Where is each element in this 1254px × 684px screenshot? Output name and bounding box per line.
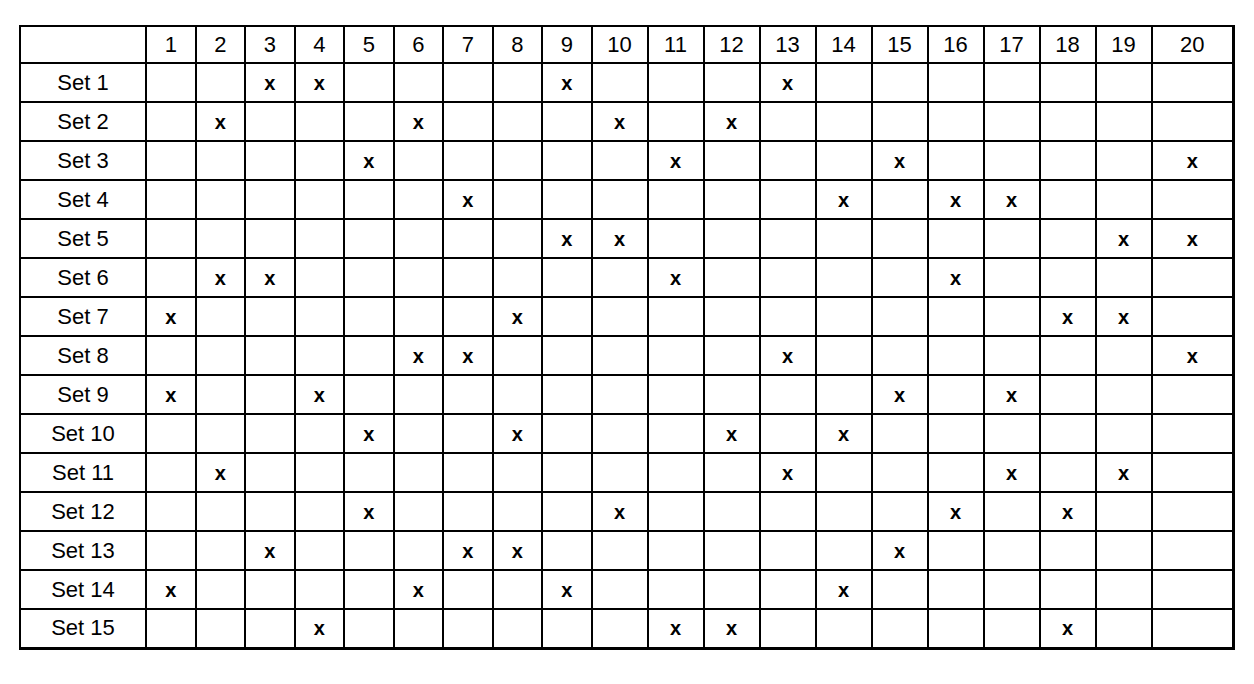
column-header-17: 17 bbox=[984, 26, 1040, 63]
grid-cell-empty bbox=[928, 453, 984, 492]
column-header-14: 14 bbox=[816, 26, 872, 63]
grid-cell-marked: x bbox=[816, 180, 872, 219]
table-row: Set 4xxxx bbox=[20, 180, 1234, 219]
grid-cell-marked: x bbox=[493, 531, 543, 570]
grid-cell-empty bbox=[146, 141, 196, 180]
table-row: Set 1xxxx bbox=[20, 63, 1234, 102]
grid-cell-empty bbox=[1096, 102, 1152, 141]
grid-cell-empty bbox=[928, 609, 984, 648]
grid-cell-empty bbox=[196, 297, 246, 336]
grid-cell-marked: x bbox=[928, 180, 984, 219]
table-row: Set 7xxxx bbox=[20, 297, 1234, 336]
grid-cell-empty bbox=[816, 336, 872, 375]
grid-cell-marked: x bbox=[146, 375, 196, 414]
grid-cell-empty bbox=[245, 180, 295, 219]
grid-cell-marked: x bbox=[394, 336, 444, 375]
column-header-3: 3 bbox=[245, 26, 295, 63]
grid-cell-empty bbox=[704, 258, 760, 297]
grid-cell-marked: x bbox=[245, 258, 295, 297]
set-membership-table: 1234567891011121314151617181920Set 1xxxx… bbox=[19, 25, 1235, 650]
column-header-13: 13 bbox=[760, 26, 816, 63]
grid-cell-empty bbox=[816, 297, 872, 336]
column-header-5: 5 bbox=[344, 26, 394, 63]
row-label: Set 9 bbox=[20, 375, 146, 414]
grid-cell-empty bbox=[816, 453, 872, 492]
grid-cell-empty bbox=[984, 570, 1040, 609]
grid-cell-empty bbox=[928, 297, 984, 336]
grid-cell-marked: x bbox=[984, 180, 1040, 219]
grid-cell-empty bbox=[542, 375, 592, 414]
grid-cell-empty bbox=[1040, 141, 1096, 180]
grid-cell-empty bbox=[760, 609, 816, 648]
grid-cell-empty bbox=[1152, 492, 1234, 531]
grid-cell-empty bbox=[443, 141, 493, 180]
grid-cell-marked: x bbox=[344, 492, 394, 531]
grid-cell-marked: x bbox=[872, 375, 928, 414]
grid-cell-empty bbox=[984, 297, 1040, 336]
grid-cell-empty bbox=[648, 102, 704, 141]
column-header-19: 19 bbox=[1096, 26, 1152, 63]
grid-cell-empty bbox=[704, 297, 760, 336]
grid-cell-empty bbox=[295, 453, 345, 492]
grid-cell-empty bbox=[816, 531, 872, 570]
grid-cell-empty bbox=[146, 102, 196, 141]
grid-cell-empty bbox=[394, 141, 444, 180]
grid-cell-empty bbox=[1152, 453, 1234, 492]
grid-cell-empty bbox=[146, 453, 196, 492]
grid-cell-marked: x bbox=[592, 492, 648, 531]
grid-cell-empty bbox=[443, 258, 493, 297]
table-row: Set 10xxxx bbox=[20, 414, 1234, 453]
grid-cell-empty bbox=[196, 180, 246, 219]
grid-cell-empty bbox=[872, 63, 928, 102]
grid-cell-empty bbox=[648, 375, 704, 414]
grid-cell-empty bbox=[146, 414, 196, 453]
grid-cell-marked: x bbox=[443, 336, 493, 375]
grid-cell-marked: x bbox=[872, 141, 928, 180]
grid-cell-empty bbox=[1096, 375, 1152, 414]
grid-cell-empty bbox=[984, 492, 1040, 531]
grid-cell-marked: x bbox=[984, 453, 1040, 492]
grid-cell-empty bbox=[1152, 531, 1234, 570]
grid-cell-empty bbox=[394, 609, 444, 648]
grid-cell-marked: x bbox=[1040, 297, 1096, 336]
grid-cell-empty bbox=[1040, 570, 1096, 609]
grid-cell-empty bbox=[196, 375, 246, 414]
grid-cell-empty bbox=[928, 219, 984, 258]
grid-cell-empty bbox=[542, 336, 592, 375]
grid-cell-empty bbox=[196, 531, 246, 570]
grid-cell-empty bbox=[760, 570, 816, 609]
grid-cell-empty bbox=[1096, 531, 1152, 570]
grid-cell-marked: x bbox=[760, 336, 816, 375]
table-row: Set 3xxxx bbox=[20, 141, 1234, 180]
grid-cell-empty bbox=[872, 570, 928, 609]
grid-cell-empty bbox=[394, 531, 444, 570]
grid-cell-empty bbox=[928, 570, 984, 609]
grid-cell-empty bbox=[704, 63, 760, 102]
grid-cell-empty bbox=[872, 414, 928, 453]
column-header-6: 6 bbox=[394, 26, 444, 63]
grid-cell-empty bbox=[984, 141, 1040, 180]
grid-cell-empty bbox=[344, 63, 394, 102]
grid-cell-empty bbox=[1040, 414, 1096, 453]
grid-cell-marked: x bbox=[1096, 219, 1152, 258]
grid-cell-empty bbox=[592, 336, 648, 375]
grid-cell-empty bbox=[344, 609, 394, 648]
grid-cell-marked: x bbox=[1096, 453, 1152, 492]
grid-cell-empty bbox=[984, 102, 1040, 141]
grid-cell-empty bbox=[648, 453, 704, 492]
grid-cell-empty bbox=[1096, 141, 1152, 180]
grid-cell-marked: x bbox=[443, 180, 493, 219]
grid-cell-marked: x bbox=[196, 102, 246, 141]
column-header-15: 15 bbox=[872, 26, 928, 63]
grid-cell-marked: x bbox=[1152, 141, 1234, 180]
grid-cell-empty bbox=[146, 336, 196, 375]
grid-cell-empty bbox=[816, 63, 872, 102]
grid-cell-empty bbox=[493, 336, 543, 375]
grid-cell-empty bbox=[443, 414, 493, 453]
grid-cell-empty bbox=[542, 258, 592, 297]
grid-cell-empty bbox=[146, 531, 196, 570]
column-header-row: 1234567891011121314151617181920 bbox=[20, 26, 1234, 63]
grid-cell-empty bbox=[1040, 63, 1096, 102]
grid-cell-empty bbox=[760, 102, 816, 141]
grid-cell-empty bbox=[394, 492, 444, 531]
table-row: Set 2xxxx bbox=[20, 102, 1234, 141]
grid-cell-empty bbox=[704, 141, 760, 180]
row-label: Set 2 bbox=[20, 102, 146, 141]
grid-cell-empty bbox=[295, 102, 345, 141]
row-label: Set 10 bbox=[20, 414, 146, 453]
row-label: Set 13 bbox=[20, 531, 146, 570]
grid-cell-empty bbox=[1040, 453, 1096, 492]
grid-cell-empty bbox=[928, 63, 984, 102]
grid-cell-empty bbox=[245, 336, 295, 375]
grid-cell-marked: x bbox=[196, 258, 246, 297]
grid-cell-empty bbox=[146, 63, 196, 102]
grid-cell-empty bbox=[245, 414, 295, 453]
grid-cell-empty bbox=[146, 180, 196, 219]
grid-cell-empty bbox=[816, 609, 872, 648]
column-header-2: 2 bbox=[196, 26, 246, 63]
table-row: Set 9xxxx bbox=[20, 375, 1234, 414]
grid-cell-empty bbox=[295, 531, 345, 570]
grid-cell-empty bbox=[394, 453, 444, 492]
grid-cell-empty bbox=[146, 258, 196, 297]
column-header-11: 11 bbox=[648, 26, 704, 63]
grid-cell-marked: x bbox=[443, 531, 493, 570]
row-label: Set 7 bbox=[20, 297, 146, 336]
grid-cell-empty bbox=[295, 492, 345, 531]
row-label: Set 8 bbox=[20, 336, 146, 375]
grid-cell-marked: x bbox=[146, 570, 196, 609]
grid-cell-empty bbox=[196, 336, 246, 375]
grid-cell-empty bbox=[295, 570, 345, 609]
grid-cell-empty bbox=[760, 219, 816, 258]
grid-cell-empty bbox=[928, 141, 984, 180]
grid-cell-marked: x bbox=[704, 414, 760, 453]
grid-cell-empty bbox=[245, 297, 295, 336]
column-header-10: 10 bbox=[592, 26, 648, 63]
grid-cell-empty bbox=[493, 141, 543, 180]
grid-cell-empty bbox=[872, 219, 928, 258]
grid-cell-empty bbox=[542, 102, 592, 141]
table-row: Set 8xxxx bbox=[20, 336, 1234, 375]
grid-cell-empty bbox=[704, 531, 760, 570]
grid-cell-marked: x bbox=[295, 609, 345, 648]
grid-cell-empty bbox=[344, 336, 394, 375]
grid-cell-empty bbox=[295, 258, 345, 297]
grid-cell-empty bbox=[1040, 375, 1096, 414]
grid-cell-marked: x bbox=[1040, 492, 1096, 531]
row-label: Set 3 bbox=[20, 141, 146, 180]
grid-cell-empty bbox=[816, 258, 872, 297]
corner-blank bbox=[20, 26, 146, 63]
grid-cell-empty bbox=[443, 375, 493, 414]
grid-cell-empty bbox=[928, 531, 984, 570]
grid-cell-empty bbox=[872, 336, 928, 375]
grid-cell-empty bbox=[1096, 63, 1152, 102]
grid-cell-empty bbox=[1040, 102, 1096, 141]
grid-cell-empty bbox=[245, 453, 295, 492]
grid-cell-empty bbox=[1096, 180, 1152, 219]
grid-cell-empty bbox=[928, 336, 984, 375]
grid-cell-empty bbox=[245, 492, 295, 531]
table-row: Set 6xxxx bbox=[20, 258, 1234, 297]
grid-cell-empty bbox=[984, 414, 1040, 453]
row-label: Set 11 bbox=[20, 453, 146, 492]
grid-cell-empty bbox=[394, 63, 444, 102]
grid-cell-marked: x bbox=[542, 570, 592, 609]
grid-cell-empty bbox=[542, 492, 592, 531]
row-label: Set 1 bbox=[20, 63, 146, 102]
grid-cell-marked: x bbox=[816, 570, 872, 609]
grid-cell-marked: x bbox=[245, 63, 295, 102]
grid-cell-empty bbox=[1152, 297, 1234, 336]
grid-cell-marked: x bbox=[1040, 609, 1096, 648]
grid-cell-empty bbox=[295, 336, 345, 375]
grid-cell-marked: x bbox=[760, 453, 816, 492]
grid-cell-marked: x bbox=[1096, 297, 1152, 336]
grid-cell-empty bbox=[984, 336, 1040, 375]
grid-cell-empty bbox=[592, 453, 648, 492]
grid-cell-empty bbox=[816, 492, 872, 531]
grid-cell-marked: x bbox=[648, 609, 704, 648]
grid-cell-empty bbox=[1096, 492, 1152, 531]
grid-cell-empty bbox=[592, 414, 648, 453]
grid-cell-empty bbox=[196, 570, 246, 609]
row-label: Set 15 bbox=[20, 609, 146, 648]
grid-cell-marked: x bbox=[984, 375, 1040, 414]
grid-cell-empty bbox=[648, 492, 704, 531]
grid-cell-empty bbox=[984, 531, 1040, 570]
grid-cell-empty bbox=[816, 141, 872, 180]
grid-cell-empty bbox=[1152, 375, 1234, 414]
grid-cell-empty bbox=[1040, 531, 1096, 570]
grid-cell-empty bbox=[443, 219, 493, 258]
grid-cell-empty bbox=[542, 180, 592, 219]
table-row: Set 14xxxx bbox=[20, 570, 1234, 609]
grid-cell-empty bbox=[872, 492, 928, 531]
grid-cell-empty bbox=[493, 258, 543, 297]
grid-cell-marked: x bbox=[394, 570, 444, 609]
grid-cell-marked: x bbox=[872, 531, 928, 570]
grid-cell-empty bbox=[344, 297, 394, 336]
grid-cell-empty bbox=[648, 180, 704, 219]
grid-cell-empty bbox=[592, 180, 648, 219]
grid-cell-empty bbox=[1152, 570, 1234, 609]
grid-cell-empty bbox=[344, 219, 394, 258]
grid-cell-empty bbox=[542, 609, 592, 648]
grid-cell-marked: x bbox=[344, 141, 394, 180]
grid-cell-empty bbox=[648, 63, 704, 102]
grid-cell-marked: x bbox=[1152, 219, 1234, 258]
grid-cell-empty bbox=[443, 609, 493, 648]
grid-cell-empty bbox=[1040, 219, 1096, 258]
grid-cell-empty bbox=[493, 453, 543, 492]
grid-cell-empty bbox=[816, 219, 872, 258]
grid-cell-empty bbox=[295, 297, 345, 336]
grid-cell-empty bbox=[1096, 336, 1152, 375]
grid-cell-empty bbox=[872, 609, 928, 648]
grid-cell-empty bbox=[493, 492, 543, 531]
grid-cell-empty bbox=[443, 453, 493, 492]
grid-cell-empty bbox=[245, 219, 295, 258]
grid-cell-empty bbox=[592, 258, 648, 297]
grid-cell-empty bbox=[493, 219, 543, 258]
grid-cell-empty bbox=[984, 609, 1040, 648]
grid-cell-empty bbox=[394, 297, 444, 336]
grid-cell-empty bbox=[344, 258, 394, 297]
grid-cell-marked: x bbox=[928, 492, 984, 531]
column-header-18: 18 bbox=[1040, 26, 1096, 63]
grid-cell-empty bbox=[592, 375, 648, 414]
grid-cell-empty bbox=[704, 570, 760, 609]
grid-cell-empty bbox=[872, 297, 928, 336]
grid-cell-marked: x bbox=[1152, 336, 1234, 375]
table-row: Set 15xxxx bbox=[20, 609, 1234, 648]
table-row: Set 12xxxx bbox=[20, 492, 1234, 531]
grid-cell-empty bbox=[928, 102, 984, 141]
grid-cell-empty bbox=[196, 609, 246, 648]
grid-cell-empty bbox=[648, 570, 704, 609]
grid-cell-empty bbox=[984, 63, 1040, 102]
grid-cell-empty bbox=[344, 102, 394, 141]
grid-cell-empty bbox=[760, 297, 816, 336]
grid-cell-empty bbox=[872, 180, 928, 219]
grid-cell-empty bbox=[872, 258, 928, 297]
column-header-12: 12 bbox=[704, 26, 760, 63]
table-row: Set 5xxxx bbox=[20, 219, 1234, 258]
grid-cell-empty bbox=[295, 180, 345, 219]
grid-cell-marked: x bbox=[493, 414, 543, 453]
grid-cell-empty bbox=[984, 258, 1040, 297]
grid-cell-empty bbox=[493, 570, 543, 609]
grid-cell-empty bbox=[1040, 180, 1096, 219]
grid-cell-marked: x bbox=[542, 63, 592, 102]
grid-cell-empty bbox=[146, 219, 196, 258]
grid-cell-empty bbox=[196, 63, 246, 102]
grid-cell-empty bbox=[493, 102, 543, 141]
grid-cell-marked: x bbox=[394, 102, 444, 141]
grid-cell-empty bbox=[704, 492, 760, 531]
grid-cell-empty bbox=[816, 375, 872, 414]
grid-cell-empty bbox=[704, 180, 760, 219]
grid-cell-empty bbox=[146, 492, 196, 531]
grid-cell-empty bbox=[443, 63, 493, 102]
grid-cell-empty bbox=[493, 180, 543, 219]
grid-cell-empty bbox=[1096, 570, 1152, 609]
row-label: Set 4 bbox=[20, 180, 146, 219]
grid-cell-empty bbox=[542, 453, 592, 492]
column-header-20: 20 bbox=[1152, 26, 1234, 63]
grid-cell-marked: x bbox=[592, 219, 648, 258]
grid-cell-empty bbox=[592, 570, 648, 609]
grid-cell-empty bbox=[872, 102, 928, 141]
grid-cell-empty bbox=[704, 219, 760, 258]
grid-cell-marked: x bbox=[760, 63, 816, 102]
grid-cell-empty bbox=[984, 219, 1040, 258]
grid-cell-empty bbox=[928, 375, 984, 414]
grid-cell-empty bbox=[344, 453, 394, 492]
grid-cell-marked: x bbox=[295, 375, 345, 414]
grid-cell-marked: x bbox=[592, 102, 648, 141]
grid-cell-empty bbox=[245, 141, 295, 180]
grid-cell-empty bbox=[394, 258, 444, 297]
grid-cell-empty bbox=[872, 453, 928, 492]
grid-cell-empty bbox=[542, 141, 592, 180]
grid-cell-empty bbox=[394, 180, 444, 219]
grid-cell-empty bbox=[196, 492, 246, 531]
grid-cell-empty bbox=[1152, 414, 1234, 453]
grid-cell-empty bbox=[1152, 102, 1234, 141]
column-header-7: 7 bbox=[443, 26, 493, 63]
grid-cell-empty bbox=[760, 375, 816, 414]
grid-cell-empty bbox=[493, 375, 543, 414]
grid-cell-empty bbox=[760, 492, 816, 531]
grid-cell-empty bbox=[592, 609, 648, 648]
grid-cell-marked: x bbox=[648, 141, 704, 180]
grid-cell-empty bbox=[760, 531, 816, 570]
grid-cell-empty bbox=[344, 531, 394, 570]
grid-cell-marked: x bbox=[928, 258, 984, 297]
grid-cell-empty bbox=[542, 297, 592, 336]
grid-cell-marked: x bbox=[704, 609, 760, 648]
grid-cell-empty bbox=[592, 63, 648, 102]
grid-cell-empty bbox=[196, 141, 246, 180]
row-label: Set 6 bbox=[20, 258, 146, 297]
grid-cell-marked: x bbox=[146, 297, 196, 336]
grid-cell-empty bbox=[542, 414, 592, 453]
grid-cell-empty bbox=[394, 414, 444, 453]
column-header-9: 9 bbox=[542, 26, 592, 63]
grid-cell-empty bbox=[592, 141, 648, 180]
grid-cell-marked: x bbox=[648, 258, 704, 297]
grid-cell-empty bbox=[704, 336, 760, 375]
grid-cell-empty bbox=[295, 219, 345, 258]
column-header-16: 16 bbox=[928, 26, 984, 63]
grid-cell-empty bbox=[196, 414, 246, 453]
grid-cell-empty bbox=[1152, 63, 1234, 102]
grid-cell-empty bbox=[592, 297, 648, 336]
grid-cell-empty bbox=[760, 258, 816, 297]
grid-cell-empty bbox=[760, 414, 816, 453]
grid-cell-empty bbox=[196, 219, 246, 258]
grid-cell-empty bbox=[1096, 258, 1152, 297]
grid-cell-empty bbox=[1152, 258, 1234, 297]
